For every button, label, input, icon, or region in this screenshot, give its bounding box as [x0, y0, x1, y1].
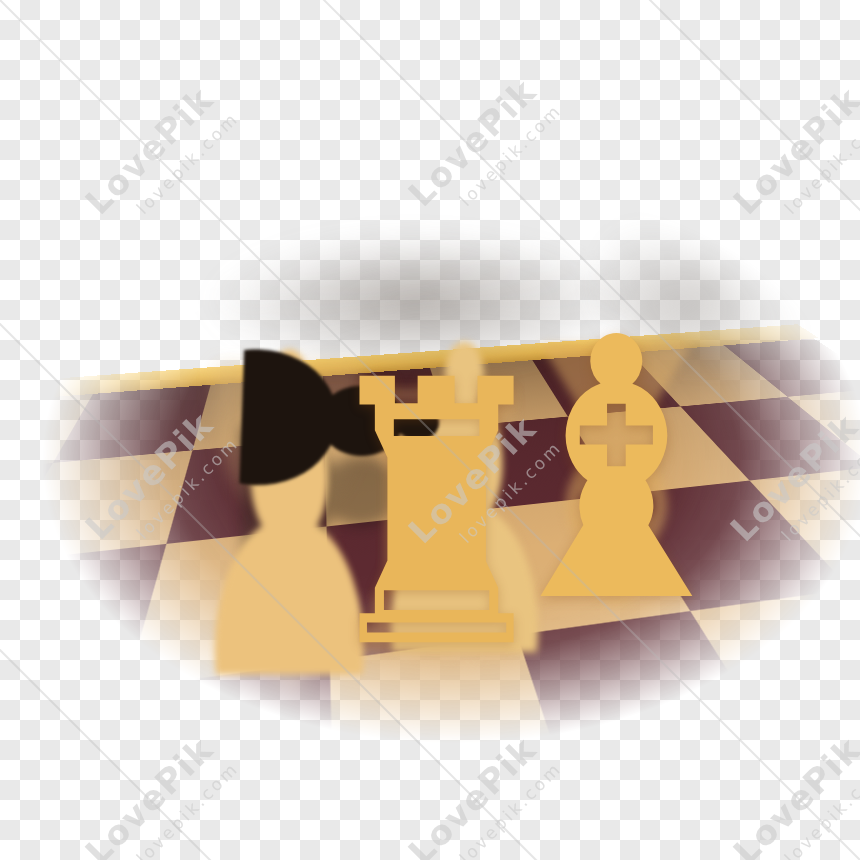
photo-vignette-layer: ♟ ♟ ♜ ♝	[0, 0, 860, 860]
background-haze	[200, 222, 630, 377]
bishop-shadow	[546, 446, 698, 476]
board-front-face-blur	[150, 602, 730, 650]
fallen-pawn-reflection: ♟	[232, 389, 439, 596]
background-haze-right	[585, 190, 835, 375]
chess-photo-stage: ♟ ♟ ♜ ♝ ♟ ♟ ♟ ♜ ♝ LovePik lovepik.com Lo…	[0, 0, 860, 860]
black-pawn-icon: ♟	[331, 390, 338, 593]
